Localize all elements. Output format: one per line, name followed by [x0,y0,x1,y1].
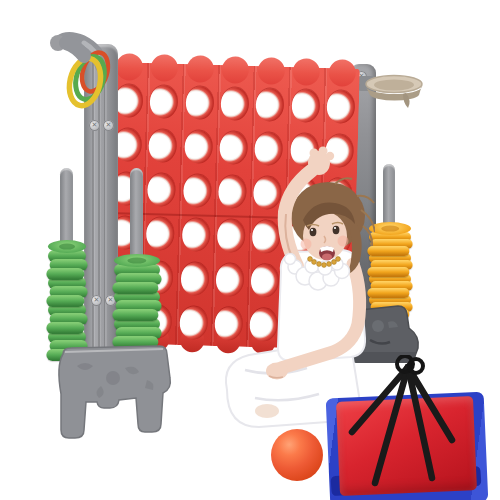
board-cell-c5 [180,124,217,169]
screw-icon [91,295,102,306]
board-cell-b6 [146,79,183,124]
stacked-ring [46,295,84,307]
hoop-rim-inner [374,80,414,91]
green-ring-stack-outer [48,240,86,361]
board-cell-b5 [145,123,182,168]
board-top-scallops [112,62,360,69]
empty-hole [181,218,210,252]
empty-hole [256,88,285,122]
child-foot [255,404,279,418]
hand-finger [310,149,319,158]
empty-hole [146,217,175,251]
ring-stack-cap [114,254,160,267]
eye-highlight [334,227,336,229]
product-photo-stage [0,0,500,500]
board-cell-e6 [252,82,289,127]
board-scallop [328,59,356,87]
board-cell-c6 [181,80,218,125]
board-scallop [186,55,214,83]
board-scallop [293,58,321,86]
board-cell-c2 [176,256,213,301]
ring-peg-pole-left-inner [130,168,143,268]
eye-highlight [311,229,313,231]
board-scallop [257,57,285,85]
board-cell-d6 [217,81,254,126]
board-scallop [222,56,250,84]
empty-hole [185,86,214,120]
empty-hole [179,305,208,339]
base-emboss [106,371,120,385]
hook-horn-over [66,43,84,56]
stacked-ring [46,268,84,280]
empty-hole [148,129,177,163]
cheek-blush [301,239,312,250]
empty-hole [150,85,179,119]
child-eye [310,228,317,236]
empty-hole [147,173,176,207]
toy-ball [271,429,323,481]
stacked-ring [112,309,158,321]
cheek-blush [338,236,349,247]
board-scallop [151,54,179,82]
left-base [55,344,175,446]
ring-stack-cap [48,240,86,253]
base-body [59,346,170,438]
board-cell-f6 [287,83,324,128]
hand-finger [319,147,328,156]
board-cell-g6 [323,84,360,129]
empty-hole [183,174,212,208]
empty-hole [184,130,213,164]
hand-finger [326,152,334,160]
board-cell-c4 [179,168,216,213]
ring-toss-hook [38,26,122,122]
empty-hole [327,90,356,124]
bag-straps [325,355,489,500]
board-cell-b4 [143,167,180,212]
stacked-ring [46,322,84,334]
board-cell-c1 [175,300,212,345]
board-cell-b3 [142,211,179,256]
ring-stack-cap [369,222,411,235]
empty-hole [180,262,209,296]
child-eye [333,226,340,234]
board-cell-c3 [177,212,214,257]
carry-bag [325,355,489,500]
child-tongue [322,254,332,261]
basketball-hoop [358,56,424,112]
empty-hole [220,87,249,121]
stacked-ring [112,282,158,294]
empty-hole [291,89,320,123]
